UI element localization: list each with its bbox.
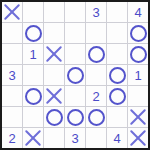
cell-r5c5[interactable] xyxy=(107,107,127,127)
cell-r2c6[interactable] xyxy=(128,44,148,64)
cell-r4c5[interactable] xyxy=(107,86,127,106)
cell-r4c4: 2 xyxy=(86,86,106,106)
cross-mark-icon xyxy=(46,46,62,62)
cell-r5c6[interactable] xyxy=(128,107,148,127)
cell-r5c3[interactable] xyxy=(65,107,85,127)
cell-r3c4[interactable] xyxy=(86,65,106,85)
number-clue: 1 xyxy=(134,69,141,82)
cell-r6c1[interactable] xyxy=(23,128,43,148)
circle-mark-icon xyxy=(88,46,105,63)
cell-r1c1[interactable] xyxy=(23,23,43,43)
cell-r2c1: 1 xyxy=(23,44,43,64)
cell-r2c2[interactable] xyxy=(44,44,64,64)
cell-r3c1[interactable] xyxy=(23,65,43,85)
circle-mark-icon xyxy=(109,67,126,84)
cell-r2c3[interactable] xyxy=(65,44,85,64)
cell-r1c2[interactable] xyxy=(44,23,64,43)
cell-r2c4[interactable] xyxy=(86,44,106,64)
cell-r5c1[interactable] xyxy=(23,107,43,127)
cell-r0c0[interactable] xyxy=(2,2,22,22)
circle-mark-icon xyxy=(25,88,42,105)
cell-r4c3[interactable] xyxy=(65,86,85,106)
cross-mark-icon xyxy=(130,130,146,146)
cell-r1c4[interactable] xyxy=(86,23,106,43)
cell-r0c6: 4 xyxy=(128,2,148,22)
number-clue: 3 xyxy=(71,132,78,145)
cell-r3c3[interactable] xyxy=(65,65,85,85)
cell-r1c0[interactable] xyxy=(2,23,22,43)
circle-mark-icon xyxy=(46,109,63,126)
cell-r0c1[interactable] xyxy=(23,2,43,22)
cell-r0c5[interactable] xyxy=(107,2,127,22)
cell-r2c5[interactable] xyxy=(107,44,127,64)
cell-r3c0: 3 xyxy=(2,65,22,85)
circle-mark-icon xyxy=(67,67,84,84)
cell-r4c1[interactable] xyxy=(23,86,43,106)
cell-r0c3[interactable] xyxy=(65,2,85,22)
cross-mark-icon xyxy=(46,88,62,104)
cell-r1c6[interactable] xyxy=(128,23,148,43)
cell-r5c4[interactable] xyxy=(86,107,106,127)
cell-r0c4: 3 xyxy=(86,2,106,22)
number-clue: 4 xyxy=(113,132,120,145)
cell-r6c6[interactable] xyxy=(128,128,148,148)
circle-mark-icon xyxy=(130,46,147,63)
number-clue: 1 xyxy=(29,48,36,61)
cell-r3c5[interactable] xyxy=(107,65,127,85)
cell-r1c3[interactable] xyxy=(65,23,85,43)
number-clue: 3 xyxy=(8,69,15,82)
cell-r0c2[interactable] xyxy=(44,2,64,22)
cross-mark-icon xyxy=(25,130,41,146)
cell-r4c2[interactable] xyxy=(44,86,64,106)
cell-r4c0[interactable] xyxy=(2,86,22,106)
cell-r6c4[interactable] xyxy=(86,128,106,148)
cross-mark-icon xyxy=(4,4,20,20)
circle-mark-icon xyxy=(109,88,126,105)
cell-r6c3: 3 xyxy=(65,128,85,148)
circle-mark-icon xyxy=(25,25,42,42)
cell-r6c0: 2 xyxy=(2,128,22,148)
cell-r5c0[interactable] xyxy=(2,107,22,127)
puzzle-grid: 341312234 xyxy=(0,0,150,150)
cell-r4c6[interactable] xyxy=(128,86,148,106)
cell-r6c5: 4 xyxy=(107,128,127,148)
cell-r3c2[interactable] xyxy=(44,65,64,85)
circle-mark-icon xyxy=(130,25,147,42)
number-clue: 2 xyxy=(92,90,99,103)
circle-mark-icon xyxy=(67,109,84,126)
cell-r1c5[interactable] xyxy=(107,23,127,43)
cell-r6c2[interactable] xyxy=(44,128,64,148)
cell-r2c0[interactable] xyxy=(2,44,22,64)
number-clue: 4 xyxy=(134,6,141,19)
number-clue: 3 xyxy=(92,6,99,19)
circle-mark-icon xyxy=(88,109,105,126)
number-clue: 2 xyxy=(8,132,15,145)
cell-r3c6: 1 xyxy=(128,65,148,85)
cell-r5c2[interactable] xyxy=(44,107,64,127)
cross-mark-icon xyxy=(130,109,146,125)
